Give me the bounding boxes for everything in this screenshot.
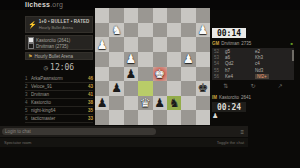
- white-move[interactable]: Ke4: [225, 74, 255, 79]
- square-g8[interactable]: [181, 8, 195, 23]
- black-player-name: Drvitman (2735): [36, 44, 68, 49]
- clock-icon: ◷: [44, 64, 48, 72]
- black-pawn-c4: ♟: [124, 67, 138, 82]
- square-e3[interactable]: [153, 81, 167, 96]
- square-c4[interactable]: ♟: [124, 67, 138, 82]
- square-a6[interactable]: ♟: [95, 37, 109, 52]
- standings-name: tacticmaster: [31, 116, 88, 121]
- white-queen-d2: ♛: [138, 96, 152, 111]
- square-d7[interactable]: [138, 23, 152, 38]
- square-f1[interactable]: [167, 110, 181, 125]
- standings-name: Veloce_91: [31, 84, 88, 89]
- move-number: 52: [212, 49, 225, 54]
- top-player-rating: 2735: [241, 41, 251, 46]
- game-meta-box: ⚡ 1+0 • BULLET • RATED Hourly Bullet Are…: [25, 16, 93, 33]
- logo-main: lichess: [25, 1, 50, 8]
- white-pawn-g5: ♟: [181, 52, 195, 67]
- chat-toolbar: Spectator room Toggle the chat: [0, 138, 248, 147]
- square-c2[interactable]: [124, 96, 138, 111]
- black-move[interactable]: e2: [255, 49, 285, 54]
- bullet-icon: ⚡: [28, 21, 37, 28]
- white-move[interactable]: g5: [225, 49, 255, 54]
- chess-board: ♞♟♟♟♟♟♚♟♚♟♛♟♞: [95, 8, 210, 125]
- square-h2[interactable]: [196, 96, 210, 111]
- standings-score: 43: [88, 84, 93, 89]
- standings-score: 41: [88, 92, 93, 97]
- square-c6[interactable]: [124, 37, 138, 52]
- move-number: 55: [212, 68, 225, 73]
- square-e6[interactable]: [153, 37, 167, 52]
- chat-room-label: Spectator room: [4, 140, 31, 145]
- standings-name: ArkaPawnstorm: [31, 76, 88, 81]
- square-a4[interactable]: [95, 67, 109, 82]
- flair-icon: ■: [291, 41, 293, 46]
- white-pawn-h7: ♟: [196, 23, 210, 38]
- white-move[interactable]: a6: [225, 55, 255, 60]
- move-row: 52g5e2: [212, 48, 294, 54]
- white-king-e4: ♚: [153, 67, 167, 82]
- square-a7[interactable]: [95, 23, 109, 38]
- tournament-clock: ◷ 12:06: [25, 62, 93, 73]
- square-a1[interactable]: [95, 110, 109, 125]
- black-pawn-a2: ♟: [95, 96, 109, 111]
- bottom-player-rating: 2641: [241, 95, 251, 100]
- square-b4[interactable]: [109, 67, 123, 82]
- black-knight-f2: ♞: [167, 96, 181, 111]
- standings-score: 38: [88, 100, 93, 105]
- bottom-player-row[interactable]: IM Kastorcito 2641: [212, 94, 296, 101]
- square-h3[interactable]: ♚: [196, 81, 210, 96]
- square-d8[interactable]: [138, 8, 152, 23]
- square-d6[interactable]: [138, 37, 152, 52]
- square-f3[interactable]: [167, 81, 181, 96]
- move-list: 52g5e253a6Kh354Qd2c455h7Nd356Ke4Nf2+: [212, 48, 294, 80]
- square-g3[interactable]: [181, 81, 195, 96]
- square-e4[interactable]: ♚: [153, 67, 167, 82]
- square-b7[interactable]: ♞: [109, 23, 123, 38]
- standings-row[interactable]: 4Kastorcito38: [25, 99, 93, 107]
- flip-board-icon[interactable]: ⇅: [223, 82, 228, 89]
- top-player-row[interactable]: GM Drvitman 2735 ■: [212, 40, 296, 47]
- chat-input[interactable]: [2, 128, 156, 135]
- game-meta-line1: 1+0 • BULLET • RATED: [39, 19, 90, 24]
- move-row: 55h7Nd3: [212, 67, 294, 73]
- square-d5[interactable]: [138, 52, 152, 67]
- square-g6[interactable]: [181, 37, 195, 52]
- standings-name: Drvitman: [31, 92, 88, 97]
- square-b8[interactable]: [109, 8, 123, 23]
- square-e7[interactable]: [153, 23, 167, 38]
- standings-score: 46: [88, 76, 93, 81]
- bottom-player-clock: 00:24: [212, 102, 246, 112]
- bottom-player-title: IM: [212, 95, 217, 100]
- captured-pawn-icon: ♟: [212, 112, 218, 120]
- standings-row[interactable]: 3Drvitman41: [25, 91, 93, 99]
- square-f2[interactable]: ♞: [167, 96, 181, 111]
- square-f8[interactable]: [167, 8, 181, 23]
- standings-name: Kastorcito: [31, 100, 88, 105]
- black-color-icon: [28, 43, 34, 49]
- square-h6[interactable]: [196, 37, 210, 52]
- game-meta-line2: Hourly Bullet Arena: [39, 25, 90, 30]
- last-move[interactable]: Nf2+: [255, 74, 269, 79]
- tournament-time: 12:06: [50, 63, 74, 72]
- move-number: 54: [212, 61, 225, 66]
- square-a3[interactable]: [95, 81, 109, 96]
- standings-row[interactable]: 2Veloce_9143: [25, 83, 93, 91]
- logo-tld: .org: [50, 1, 63, 8]
- square-g2[interactable]: [181, 96, 195, 111]
- square-g5[interactable]: ♟: [181, 52, 195, 67]
- black-pawn-b3: ♟: [109, 81, 123, 96]
- top-player-title: GM: [212, 41, 219, 46]
- lichess-tv-page: lichess.org ⚡ 1+0 • BULLET • RATED Hourl…: [0, 0, 300, 168]
- standings-score: 35: [88, 108, 93, 113]
- standings-name: night-king64: [31, 108, 88, 113]
- square-f6[interactable]: [167, 37, 181, 52]
- move-row: 56Ke4Nf2+: [212, 74, 294, 80]
- standings-row[interactable]: 1ArkaPawnstorm46: [25, 75, 93, 83]
- square-a8[interactable]: [95, 8, 109, 23]
- chat-menu-icon[interactable]: ≡: [240, 129, 244, 135]
- square-g4[interactable]: [181, 67, 195, 82]
- square-c7[interactable]: [124, 23, 138, 38]
- square-a2[interactable]: ♟: [95, 96, 109, 111]
- black-move[interactable]: Kh3: [255, 55, 285, 60]
- black-move[interactable]: c4: [255, 61, 285, 66]
- top-player-clock: 00:14: [212, 28, 246, 38]
- tournament-link[interactable]: ⚑ Hourly Bullet Arena: [25, 52, 93, 60]
- square-g1[interactable]: [181, 110, 195, 125]
- move-list-scrollbar[interactable]: [292, 50, 294, 61]
- square-b5[interactable]: [109, 52, 123, 67]
- analysis-icon[interactable]: ↗: [278, 82, 283, 89]
- white-pawn-c5: ♟: [124, 52, 138, 67]
- square-h1[interactable]: [196, 110, 210, 125]
- square-h4[interactable]: [196, 67, 210, 82]
- square-c5[interactable]: ♟: [124, 52, 138, 67]
- white-move[interactable]: Qd2: [225, 61, 255, 66]
- square-d4[interactable]: [138, 67, 152, 82]
- white-pawn-a6: ♟: [95, 37, 109, 52]
- trophy-icon: ⚑: [28, 53, 32, 59]
- square-d1[interactable]: [138, 110, 152, 125]
- move-number: 56: [212, 74, 225, 79]
- tournament-name: Hourly Bullet Arena: [34, 54, 73, 59]
- players-box: Kastorcito (2641) Drvitman (2735): [25, 35, 93, 50]
- square-h8[interactable]: [196, 8, 210, 23]
- standings-row[interactable]: 5night-king6435: [25, 107, 93, 115]
- move-row: 53a6Kh3: [212, 54, 294, 60]
- square-f5[interactable]: [167, 52, 181, 67]
- white-move[interactable]: h7: [225, 68, 255, 73]
- black-pawn-e2: ♟: [153, 96, 167, 111]
- square-c1[interactable]: [124, 110, 138, 125]
- black-player-row[interactable]: Drvitman (2735): [28, 43, 90, 49]
- square-f7[interactable]: [167, 23, 181, 38]
- square-d3[interactable]: [138, 81, 152, 96]
- bottom-player-name: Kastorcito: [219, 95, 239, 100]
- white-knight-b7: ♞: [109, 23, 123, 38]
- square-e1[interactable]: [153, 110, 167, 125]
- square-f4[interactable]: [167, 67, 181, 82]
- standings-row[interactable]: 6tacticmaster33: [25, 115, 93, 123]
- white-player-name: Kastorcito (2641): [36, 38, 70, 43]
- square-h7[interactable]: ♟: [196, 23, 210, 38]
- board-tools-row: ⇅↻↗: [212, 81, 294, 89]
- square-d2[interactable]: ♛: [138, 96, 152, 111]
- black-king-h3: ♚: [196, 81, 210, 96]
- lichess-logo[interactable]: lichess.org: [25, 1, 63, 8]
- square-a5[interactable]: [95, 52, 109, 67]
- square-b1[interactable]: [109, 110, 123, 125]
- square-b6[interactable]: [109, 37, 123, 52]
- black-move[interactable]: Nd3: [255, 68, 285, 73]
- square-g7[interactable]: [181, 23, 195, 38]
- replay-icon[interactable]: ↻: [250, 82, 255, 89]
- standings-list: 1ArkaPawnstorm462Veloce_91433Drvitman414…: [25, 75, 93, 123]
- square-b2[interactable]: [109, 96, 123, 111]
- square-c3[interactable]: [124, 81, 138, 96]
- standings-score: 33: [88, 116, 93, 121]
- square-e8[interactable]: [153, 8, 167, 23]
- chat-toggle-label[interactable]: Toggle the chat: [217, 140, 244, 145]
- move-number: 53: [212, 55, 225, 60]
- square-h5[interactable]: [196, 52, 210, 67]
- move-row: 54Qd2c4: [212, 61, 294, 67]
- chat-bar: ≡: [0, 126, 248, 137]
- top-player-name: Drvitman: [221, 41, 239, 46]
- square-b3[interactable]: ♟: [109, 81, 123, 96]
- square-e5[interactable]: [153, 52, 167, 67]
- square-e2[interactable]: ♟: [153, 96, 167, 111]
- square-c8[interactable]: [124, 8, 138, 23]
